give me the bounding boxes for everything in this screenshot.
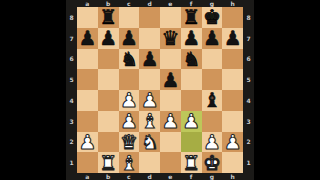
square-g3[interactable]	[202, 111, 223, 132]
rank-label-4: 4	[243, 90, 254, 111]
square-d4[interactable]: ♟	[139, 90, 160, 111]
file-label-g: g	[202, 173, 223, 180]
square-e4[interactable]	[160, 90, 181, 111]
square-f8[interactable]: ♜	[181, 7, 202, 28]
square-a7[interactable]: ♟	[77, 28, 98, 49]
rank-label-4: 4	[66, 90, 77, 111]
black-pawn-h7[interactable]: ♟	[224, 28, 242, 48]
file-label-f: f	[181, 173, 202, 180]
black-rook-f8[interactable]: ♜	[182, 7, 200, 27]
rank-label-6: 6	[243, 49, 254, 70]
square-e8[interactable]	[160, 7, 181, 28]
rank-label-7: 7	[66, 28, 77, 49]
square-d6[interactable]: ♟	[139, 49, 160, 70]
square-g5[interactable]	[202, 69, 223, 90]
square-e7[interactable]: ♛	[160, 28, 181, 49]
black-pawn-g7[interactable]: ♟	[203, 28, 221, 48]
square-f7[interactable]: ♟	[181, 28, 202, 49]
square-e2[interactable]	[160, 132, 181, 153]
square-h7[interactable]: ♟	[222, 28, 243, 49]
square-d2[interactable]: ♞	[139, 132, 160, 153]
square-b7[interactable]: ♟	[98, 28, 119, 49]
square-d7[interactable]	[139, 28, 160, 49]
rank-labels-left: 87654321	[66, 7, 77, 173]
black-knight-f6[interactable]: ♞	[182, 49, 200, 69]
black-pawn-b7[interactable]: ♟	[99, 28, 117, 48]
rank-label-8: 8	[243, 7, 254, 28]
square-g6[interactable]	[202, 49, 223, 70]
square-c5[interactable]	[119, 69, 140, 90]
white-bishop-c1[interactable]: ♝	[120, 153, 138, 173]
square-a1[interactable]	[77, 152, 98, 173]
square-d1[interactable]	[139, 152, 160, 173]
white-pawn-h2[interactable]: ♟	[224, 132, 242, 152]
rank-label-5: 5	[66, 69, 77, 90]
square-h5[interactable]	[222, 69, 243, 90]
rank-label-3: 3	[243, 111, 254, 132]
square-h6[interactable]	[222, 49, 243, 70]
file-label-f: f	[181, 0, 202, 7]
rank-label-3: 3	[66, 111, 77, 132]
white-pawn-d4[interactable]: ♟	[141, 90, 159, 110]
file-label-h: h	[222, 0, 243, 7]
square-c3[interactable]: ♟	[119, 111, 140, 132]
square-d5[interactable]	[139, 69, 160, 90]
square-b6[interactable]	[98, 49, 119, 70]
square-g4[interactable]: ♝	[202, 90, 223, 111]
white-rook-f1[interactable]: ♜	[182, 153, 200, 173]
black-pawn-a7[interactable]: ♟	[78, 28, 96, 48]
rank-label-2: 2	[66, 132, 77, 153]
black-rook-b8[interactable]: ♜	[99, 7, 117, 27]
square-e6[interactable]	[160, 49, 181, 70]
white-pawn-g2[interactable]: ♟	[203, 132, 221, 152]
square-b5[interactable]	[98, 69, 119, 90]
square-a8[interactable]	[77, 7, 98, 28]
black-pawn-f7[interactable]: ♟	[182, 28, 200, 48]
square-f3[interactable]: ♟	[181, 111, 202, 132]
square-a4[interactable]	[77, 90, 98, 111]
square-e1[interactable]	[160, 152, 181, 173]
white-pawn-c3[interactable]: ♟	[120, 111, 138, 131]
white-pawn-e3[interactable]: ♟	[161, 111, 179, 131]
square-a2[interactable]: ♟	[77, 132, 98, 153]
black-bishop-g4[interactable]: ♝	[203, 90, 221, 110]
black-pawn-e5[interactable]: ♟	[161, 70, 179, 90]
white-rook-b1[interactable]: ♜	[99, 153, 117, 173]
black-queen-e7[interactable]: ♛	[161, 28, 179, 48]
file-label-b: b	[98, 0, 119, 7]
square-g7[interactable]: ♟	[202, 28, 223, 49]
file-label-a: a	[77, 173, 98, 180]
square-e5[interactable]: ♟	[160, 69, 181, 90]
chess-board[interactable]: ♜♜♚♟♟♟♛♟♟♟♞♟♞♟♟♟♝♟♝♟♟♟♛♞♟♟♜♝♜♚	[77, 7, 243, 173]
rank-label-1: 1	[66, 152, 77, 173]
square-f5[interactable]	[181, 69, 202, 90]
square-b2[interactable]	[98, 132, 119, 153]
black-king-g8[interactable]: ♚	[203, 7, 221, 27]
square-g2[interactable]: ♟	[202, 132, 223, 153]
square-f4[interactable]	[181, 90, 202, 111]
square-f1[interactable]: ♜	[181, 152, 202, 173]
square-b1[interactable]: ♜	[98, 152, 119, 173]
file-labels-bottom: abcdefgh	[77, 173, 243, 180]
file-label-c: c	[119, 173, 140, 180]
chess-diagram: abcdefgh abcdefgh 87654321 87654321 ♜♜♚♟…	[0, 0, 320, 180]
file-label-e: e	[160, 0, 181, 7]
file-label-b: b	[98, 173, 119, 180]
black-knight-c6[interactable]: ♞	[120, 49, 138, 69]
square-b3[interactable]	[98, 111, 119, 132]
rank-label-2: 2	[243, 132, 254, 153]
rank-label-6: 6	[66, 49, 77, 70]
square-e3[interactable]: ♟	[160, 111, 181, 132]
white-pawn-f3[interactable]: ♟	[182, 111, 200, 131]
square-c6[interactable]: ♞	[119, 49, 140, 70]
square-b8[interactable]: ♜	[98, 7, 119, 28]
square-c1[interactable]: ♝	[119, 152, 140, 173]
chess-board-frame: abcdefgh abcdefgh 87654321 87654321 ♜♜♚♟…	[66, 0, 254, 180]
file-label-c: c	[119, 0, 140, 7]
rank-label-7: 7	[243, 28, 254, 49]
square-g8[interactable]: ♚	[202, 7, 223, 28]
rank-labels-right: 87654321	[243, 7, 254, 173]
square-c7[interactable]: ♟	[119, 28, 140, 49]
square-c4[interactable]: ♟	[119, 90, 140, 111]
square-c2[interactable]: ♛	[119, 132, 140, 153]
rank-label-8: 8	[66, 7, 77, 28]
file-label-h: h	[222, 173, 243, 180]
black-pawn-c7[interactable]: ♟	[120, 28, 138, 48]
square-f6[interactable]: ♞	[181, 49, 202, 70]
square-h4[interactable]	[222, 90, 243, 111]
square-c8[interactable]	[119, 7, 140, 28]
square-f2[interactable]	[181, 132, 202, 153]
square-b4[interactable]	[98, 90, 119, 111]
square-d3[interactable]: ♝	[139, 111, 160, 132]
square-h2[interactable]: ♟	[222, 132, 243, 153]
white-king-g1[interactable]: ♚	[203, 153, 221, 173]
white-bishop-d3[interactable]: ♝	[141, 111, 159, 131]
file-label-d: d	[139, 173, 160, 180]
square-h1[interactable]	[222, 152, 243, 173]
white-pawn-a2[interactable]: ♟	[78, 132, 96, 152]
black-pawn-d6[interactable]: ♟	[141, 49, 159, 69]
white-knight-d2[interactable]: ♞	[141, 132, 159, 152]
file-label-d: d	[139, 0, 160, 7]
file-label-e: e	[160, 173, 181, 180]
rank-label-5: 5	[243, 69, 254, 90]
file-label-a: a	[77, 0, 98, 7]
square-h3[interactable]	[222, 111, 243, 132]
square-h8[interactable]	[222, 7, 243, 28]
white-queen-c2[interactable]: ♛	[120, 132, 138, 152]
square-d8[interactable]	[139, 7, 160, 28]
square-g1[interactable]: ♚	[202, 152, 223, 173]
white-pawn-c4[interactable]: ♟	[120, 90, 138, 110]
square-a6[interactable]	[77, 49, 98, 70]
rank-label-1: 1	[243, 152, 254, 173]
file-labels-top: abcdefgh	[77, 0, 243, 7]
square-a3[interactable]	[77, 111, 98, 132]
square-a5[interactable]	[77, 69, 98, 90]
file-label-g: g	[202, 0, 223, 7]
